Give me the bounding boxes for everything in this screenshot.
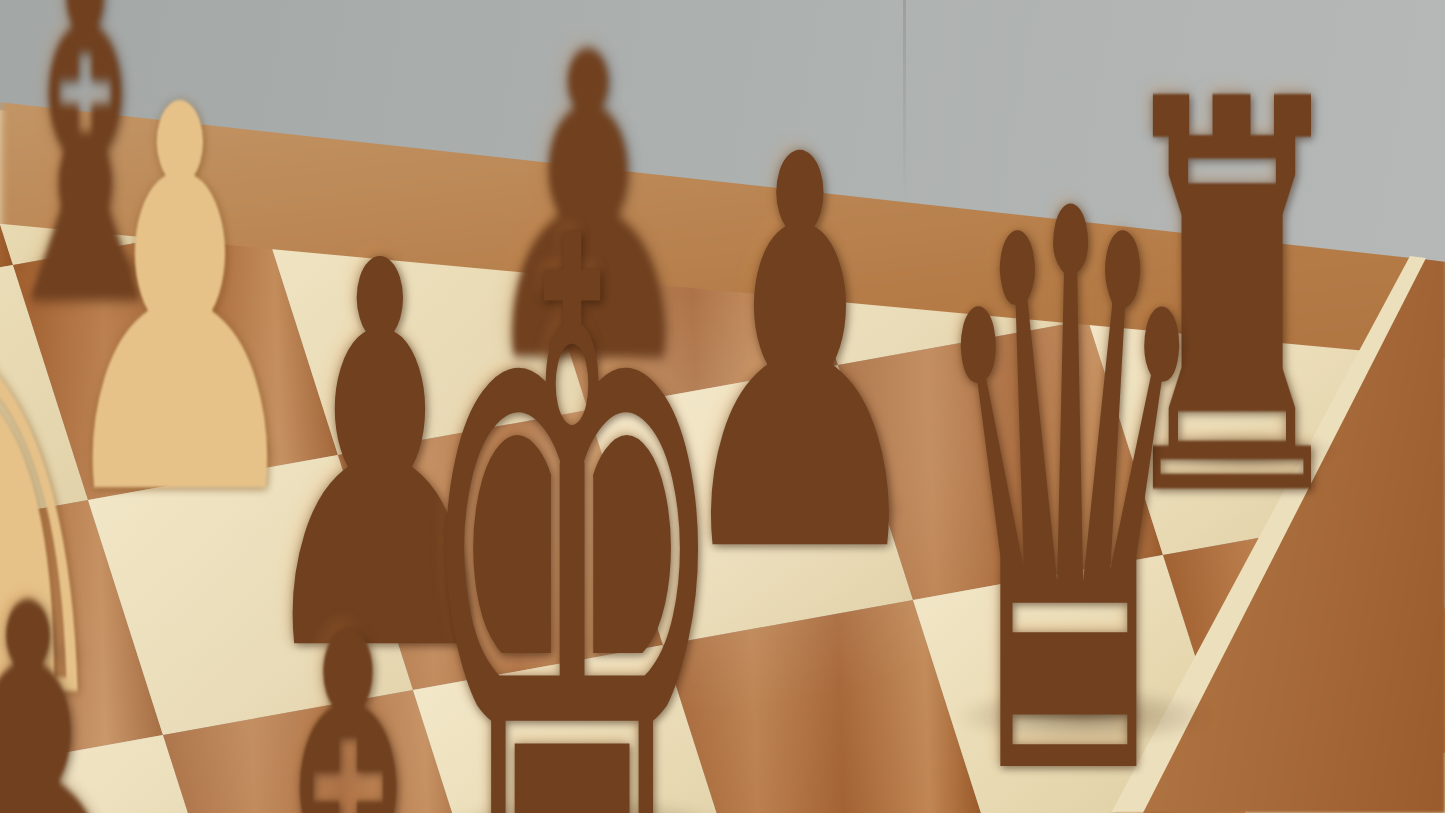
dark-pawn-corner: ♟ — [0, 546, 152, 813]
chess-photo-scene: ♝♟♜♟♟♟♞♛♚♟♝ — [0, 0, 1445, 813]
dark-bishop-near: ♝ — [210, 563, 486, 813]
dark-queen: ♛ — [925, 115, 1215, 813]
